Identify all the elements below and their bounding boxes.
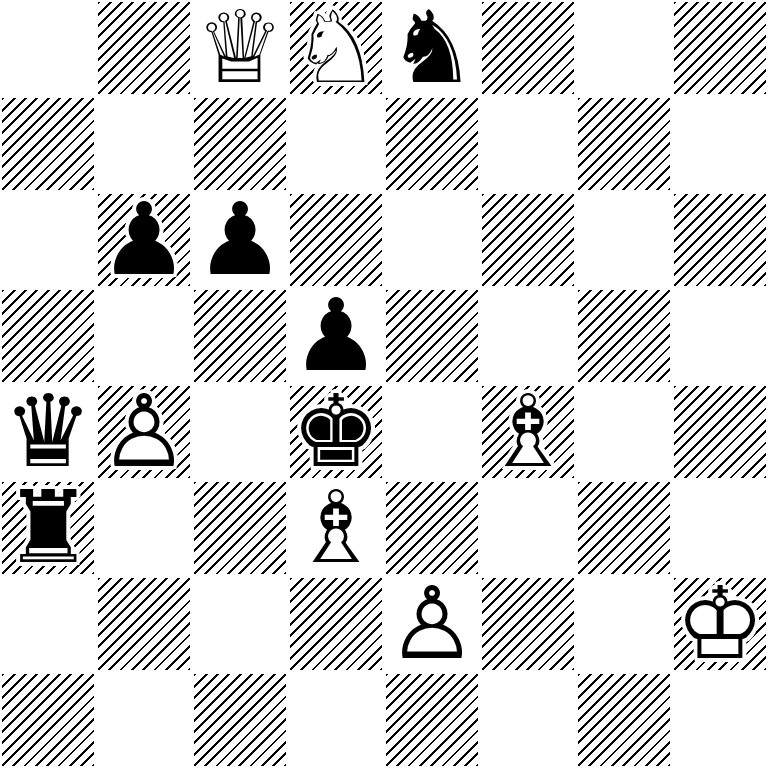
square-f2[interactable] bbox=[480, 576, 576, 672]
square-e1[interactable] bbox=[384, 672, 480, 768]
piece-glyph: ♟ bbox=[96, 192, 192, 288]
square-b3[interactable] bbox=[96, 480, 192, 576]
square-b2[interactable] bbox=[96, 576, 192, 672]
square-a6[interactable] bbox=[0, 192, 96, 288]
piece-white-pawn: ♟♙ bbox=[384, 576, 480, 672]
square-h3[interactable] bbox=[672, 480, 768, 576]
piece-white-pawn: ♟♙ bbox=[96, 384, 192, 480]
piece-glyph: ♛ bbox=[0, 384, 96, 480]
square-g4[interactable] bbox=[576, 384, 672, 480]
piece-black-pawn: ♟♟ bbox=[192, 192, 288, 288]
piece-glyph: ♔ bbox=[672, 576, 768, 672]
square-d7[interactable] bbox=[288, 96, 384, 192]
square-c3[interactable] bbox=[192, 480, 288, 576]
square-a2[interactable] bbox=[0, 576, 96, 672]
square-d4[interactable]: ♚♚ bbox=[288, 384, 384, 480]
piece-glyph: ♜ bbox=[0, 480, 96, 576]
square-a1[interactable] bbox=[0, 672, 96, 768]
square-d8[interactable]: ♞♘ bbox=[288, 0, 384, 96]
square-c7[interactable] bbox=[192, 96, 288, 192]
square-a7[interactable] bbox=[0, 96, 96, 192]
piece-white-bishop: ♝♗ bbox=[480, 384, 576, 480]
square-e2[interactable]: ♟♙ bbox=[384, 576, 480, 672]
piece-glyph: ♘ bbox=[288, 0, 384, 96]
square-f3[interactable] bbox=[480, 480, 576, 576]
square-b8[interactable] bbox=[96, 0, 192, 96]
piece-glyph: ♞ bbox=[384, 0, 480, 96]
square-b1[interactable] bbox=[96, 672, 192, 768]
piece-black-rook: ♜♜ bbox=[0, 480, 96, 576]
square-b7[interactable] bbox=[96, 96, 192, 192]
square-a8[interactable] bbox=[0, 0, 96, 96]
square-f8[interactable] bbox=[480, 0, 576, 96]
square-e3[interactable] bbox=[384, 480, 480, 576]
square-h4[interactable] bbox=[672, 384, 768, 480]
square-a4[interactable]: ♛♛ bbox=[0, 384, 96, 480]
piece-white-queen: ♛♕ bbox=[192, 0, 288, 96]
chess-board: ♛♕♞♘♞♞♟♟♟♟♟♟♛♛♟♙♚♚♝♗♜♜♝♗♟♙♚♔ bbox=[0, 0, 768, 768]
square-g1[interactable] bbox=[576, 672, 672, 768]
square-h8[interactable] bbox=[672, 0, 768, 96]
square-c8[interactable]: ♛♕ bbox=[192, 0, 288, 96]
square-g7[interactable] bbox=[576, 96, 672, 192]
square-d1[interactable] bbox=[288, 672, 384, 768]
square-a3[interactable]: ♜♜ bbox=[0, 480, 96, 576]
square-h7[interactable] bbox=[672, 96, 768, 192]
square-c2[interactable] bbox=[192, 576, 288, 672]
square-b6[interactable]: ♟♟ bbox=[96, 192, 192, 288]
square-h5[interactable] bbox=[672, 288, 768, 384]
square-g5[interactable] bbox=[576, 288, 672, 384]
square-b5[interactable] bbox=[96, 288, 192, 384]
piece-glyph: ♚ bbox=[288, 384, 384, 480]
piece-glyph: ♟ bbox=[288, 288, 384, 384]
square-d5[interactable]: ♟♟ bbox=[288, 288, 384, 384]
square-h1[interactable] bbox=[672, 672, 768, 768]
square-e8[interactable]: ♞♞ bbox=[384, 0, 480, 96]
square-f6[interactable] bbox=[480, 192, 576, 288]
piece-glyph: ♗ bbox=[288, 480, 384, 576]
square-e6[interactable] bbox=[384, 192, 480, 288]
square-f4[interactable]: ♝♗ bbox=[480, 384, 576, 480]
square-d2[interactable] bbox=[288, 576, 384, 672]
piece-white-knight: ♞♘ bbox=[288, 0, 384, 96]
square-c6[interactable]: ♟♟ bbox=[192, 192, 288, 288]
square-e7[interactable] bbox=[384, 96, 480, 192]
square-h6[interactable] bbox=[672, 192, 768, 288]
square-e4[interactable] bbox=[384, 384, 480, 480]
square-e5[interactable] bbox=[384, 288, 480, 384]
piece-glyph: ♙ bbox=[384, 576, 480, 672]
square-c4[interactable] bbox=[192, 384, 288, 480]
square-c1[interactable] bbox=[192, 672, 288, 768]
piece-black-queen: ♛♛ bbox=[0, 384, 96, 480]
piece-glyph: ♗ bbox=[480, 384, 576, 480]
square-c5[interactable] bbox=[192, 288, 288, 384]
piece-glyph: ♟ bbox=[192, 192, 288, 288]
square-h2[interactable]: ♚♔ bbox=[672, 576, 768, 672]
square-f7[interactable] bbox=[480, 96, 576, 192]
square-g8[interactable] bbox=[576, 0, 672, 96]
square-g2[interactable] bbox=[576, 576, 672, 672]
square-g6[interactable] bbox=[576, 192, 672, 288]
piece-glyph: ♕ bbox=[192, 0, 288, 96]
piece-black-pawn: ♟♟ bbox=[96, 192, 192, 288]
piece-black-knight: ♞♞ bbox=[384, 0, 480, 96]
square-f5[interactable] bbox=[480, 288, 576, 384]
square-d3[interactable]: ♝♗ bbox=[288, 480, 384, 576]
square-f1[interactable] bbox=[480, 672, 576, 768]
piece-black-king: ♚♚ bbox=[288, 384, 384, 480]
square-b4[interactable]: ♟♙ bbox=[96, 384, 192, 480]
piece-white-king: ♚♔ bbox=[672, 576, 768, 672]
piece-white-bishop: ♝♗ bbox=[288, 480, 384, 576]
square-d6[interactable] bbox=[288, 192, 384, 288]
square-g3[interactable] bbox=[576, 480, 672, 576]
piece-glyph: ♙ bbox=[96, 384, 192, 480]
piece-black-pawn: ♟♟ bbox=[288, 288, 384, 384]
square-a5[interactable] bbox=[0, 288, 96, 384]
